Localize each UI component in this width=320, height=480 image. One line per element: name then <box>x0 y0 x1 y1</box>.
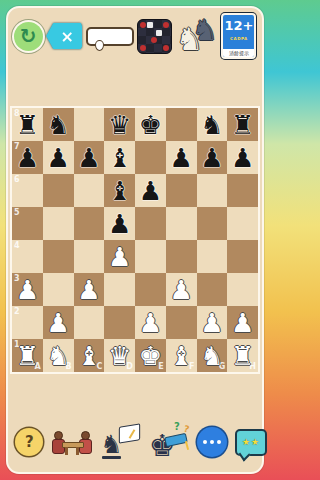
close-icon[interactable]: × <box>46 23 82 49</box>
square-c8[interactable] <box>74 108 105 141</box>
piece-black-rook[interactable]: ♜ <box>227 108 258 141</box>
piece-white-bishop[interactable]: ♝ <box>74 339 105 372</box>
square-c7[interactable]: ♟ <box>74 141 105 174</box>
piece-white-pawn[interactable]: ♟ <box>135 306 166 339</box>
piece-white-rook[interactable]: ♜ <box>12 339 43 372</box>
square-h4[interactable] <box>227 240 258 273</box>
square-b8[interactable]: ♞ <box>43 108 74 141</box>
square-h3[interactable] <box>227 273 258 306</box>
cap-tassel <box>185 441 189 450</box>
puzzle-dot <box>163 22 169 28</box>
piece-white-king[interactable]: ♚ <box>135 339 166 372</box>
app-panel: ↻ × ♞ ♞ 12+ CADPA 适龄提 <box>6 6 264 474</box>
piece-black-knight[interactable]: ♞ <box>197 108 228 141</box>
piece-black-pawn[interactable]: ♟ <box>227 141 258 174</box>
dot <box>210 440 215 445</box>
piece-white-pawn[interactable]: ♟ <box>166 273 197 306</box>
square-g5[interactable] <box>197 207 228 240</box>
square-h5[interactable] <box>227 207 258 240</box>
knight-glyph: ♞ <box>100 432 122 457</box>
puzzle-dot <box>140 45 146 51</box>
piece-white-pawn[interactable]: ♟ <box>12 273 43 306</box>
rank-label: 6 <box>14 175 20 184</box>
square-c1[interactable]: C♝ <box>74 339 105 372</box>
square-f4[interactable] <box>166 240 197 273</box>
square-b4[interactable] <box>43 240 74 273</box>
piece-black-bishop[interactable]: ♝ <box>104 174 135 207</box>
square-c4[interactable] <box>74 240 105 273</box>
square-g7[interactable]: ♟ <box>197 141 228 174</box>
square-a6[interactable]: 6 <box>12 174 43 207</box>
piece-white-pawn[interactable]: ♟ <box>43 306 74 339</box>
rank-label: 2 <box>14 307 20 316</box>
piece-white-knight[interactable]: ♞ <box>43 339 74 372</box>
square-c3[interactable]: ♟ <box>74 273 105 306</box>
piece-black-pawn[interactable]: ♟ <box>43 141 74 174</box>
piece-black-bishop[interactable]: ♝ <box>104 141 135 174</box>
square-e1[interactable]: E♚ <box>135 339 166 372</box>
piece-black-knight[interactable]: ♞ <box>43 108 74 141</box>
screen: { "game": "chess", "position": { "fen": … <box>0 0 270 480</box>
table-leg <box>65 447 68 455</box>
square-e4[interactable] <box>135 240 166 273</box>
meter-pin <box>95 40 104 51</box>
close-x-glyph: × <box>46 23 82 49</box>
square-g6[interactable] <box>197 174 228 207</box>
square-b2[interactable]: ♟ <box>43 306 74 339</box>
puzzle-board-icon[interactable] <box>137 19 172 54</box>
notation-knight-icon[interactable]: ♞ <box>100 425 140 459</box>
rank-label: 4 <box>14 241 20 250</box>
square-a1[interactable]: 1A♜ <box>12 339 43 372</box>
square-h6[interactable] <box>227 174 258 207</box>
piece-black-pawn[interactable]: ♟ <box>104 207 135 240</box>
age-rating-badge: 12+ CADPA 适龄提示 <box>221 13 256 59</box>
difficulty-meter-icon[interactable] <box>86 27 134 46</box>
square-a4[interactable]: 4 <box>12 240 43 273</box>
more-options-icon[interactable] <box>197 427 227 457</box>
piece-white-rook[interactable]: ♜ <box>227 339 258 372</box>
piece-black-pawn[interactable]: ♟ <box>74 141 105 174</box>
square-c5[interactable] <box>74 207 105 240</box>
table-leg <box>76 447 79 455</box>
square-c6[interactable] <box>74 174 105 207</box>
square-c2[interactable] <box>74 306 105 339</box>
square-d6[interactable]: ♝ <box>104 174 135 207</box>
square-f8[interactable] <box>166 108 197 141</box>
square-a8[interactable]: 8♜ <box>12 108 43 141</box>
piece-black-rook[interactable]: ♜ <box>12 108 43 141</box>
square-h8[interactable]: ♜ <box>227 108 258 141</box>
square-d7[interactable]: ♝ <box>104 141 135 174</box>
piece-white-pawn[interactable]: ♟ <box>74 273 105 306</box>
square-e5[interactable] <box>135 207 166 240</box>
age-rating-label: 12+ <box>224 18 253 34</box>
square-d3[interactable] <box>104 273 135 306</box>
square-f5[interactable] <box>166 207 197 240</box>
square-a5[interactable]: 5 <box>12 207 43 240</box>
square-d4[interactable]: ♟ <box>104 240 135 273</box>
square-d8[interactable]: ♛ <box>104 108 135 141</box>
piece-white-pawn[interactable]: ♟ <box>197 306 228 339</box>
puzzle-white-cell <box>147 22 153 28</box>
square-b3[interactable] <box>43 273 74 306</box>
square-f6[interactable] <box>166 174 197 207</box>
piece-black-pawn[interactable]: ♟ <box>197 141 228 174</box>
dot <box>203 440 208 445</box>
piece-white-pawn[interactable]: ♟ <box>104 240 135 273</box>
square-g1[interactable]: G♞ <box>197 339 228 372</box>
top-toolbar: ↻ × ♞ ♞ 12+ CADPA 适龄提 <box>8 8 262 62</box>
piece-white-knight[interactable]: ♞ <box>197 339 228 372</box>
learn-king-icon[interactable]: ? ? ♚ <box>148 423 190 461</box>
square-b6[interactable] <box>43 174 74 207</box>
star-icon: ★ <box>251 438 259 447</box>
square-h1[interactable]: H♜ <box>227 339 258 372</box>
square-e7[interactable] <box>135 141 166 174</box>
square-h7[interactable]: ♟ <box>227 141 258 174</box>
puzzle-white-cell <box>156 30 162 36</box>
rate-stars-icon[interactable]: ★ ★ <box>235 429 267 456</box>
white-knight-icon: ♞ <box>176 24 204 55</box>
square-a3[interactable]: 3♟ <box>12 273 43 306</box>
square-d5[interactable]: ♟ <box>104 207 135 240</box>
puzzle-dot <box>151 37 157 43</box>
square-f3[interactable]: ♟ <box>166 273 197 306</box>
piece-white-pawn[interactable]: ♟ <box>227 306 258 339</box>
piece-black-pawn[interactable]: ♟ <box>135 174 166 207</box>
help-icon[interactable]: ? <box>15 428 43 456</box>
age-rating-org: CADPA <box>230 36 248 41</box>
piece-white-bishop[interactable]: ♝ <box>166 339 197 372</box>
square-g4[interactable] <box>197 240 228 273</box>
square-e8[interactable]: ♚ <box>135 108 166 141</box>
two-players-icon[interactable] <box>51 427 93 457</box>
piece-black-king[interactable]: ♚ <box>135 108 166 141</box>
puzzle-dot <box>140 22 146 28</box>
square-d2[interactable] <box>104 306 135 339</box>
bottom-toolbar: ? ♞ ? ? ♚ ★ ★ <box>8 420 262 464</box>
square-a7[interactable]: 7♟ <box>12 141 43 174</box>
piece-black-queen[interactable]: ♛ <box>104 108 135 141</box>
square-f7[interactable]: ♟ <box>166 141 197 174</box>
square-g8[interactable]: ♞ <box>197 108 228 141</box>
bubble-tail <box>238 447 250 461</box>
board: 8♜♞♛♚♞♜7♟♟♟♝♟♟♟6♝♟5♟4♟3♟♟♟2♟♟♟♟1A♜B♞C♝D♛… <box>10 106 260 374</box>
square-b1[interactable]: B♞ <box>43 339 74 372</box>
square-b5[interactable] <box>43 207 74 240</box>
square-d1[interactable]: D♛ <box>104 339 135 372</box>
piece-white-queen[interactable]: ♛ <box>104 339 135 372</box>
puzzle-dot <box>163 45 169 51</box>
square-h2[interactable]: ♟ <box>227 306 258 339</box>
piece-black-pawn[interactable]: ♟ <box>12 141 43 174</box>
square-g2[interactable]: ♟ <box>197 306 228 339</box>
square-f1[interactable]: F♝ <box>166 339 197 372</box>
age-rating-note: 适龄提示 <box>223 49 254 57</box>
star-icon: ★ <box>242 438 250 447</box>
square-e2[interactable]: ♟ <box>135 306 166 339</box>
square-a2[interactable]: 2 <box>12 306 43 339</box>
rank-label: 5 <box>14 208 20 217</box>
piece-black-pawn[interactable]: ♟ <box>166 141 197 174</box>
two-knights-play-icon[interactable]: ♞ ♞ <box>176 19 218 53</box>
square-b7[interactable]: ♟ <box>43 141 74 174</box>
restart-icon[interactable]: ↻ <box>14 22 43 51</box>
dot <box>217 440 222 445</box>
square-e6[interactable]: ♟ <box>135 174 166 207</box>
knight-base <box>102 456 121 459</box>
square-g3[interactable] <box>197 273 228 306</box>
square-f2[interactable] <box>166 306 197 339</box>
square-e3[interactable] <box>135 273 166 306</box>
